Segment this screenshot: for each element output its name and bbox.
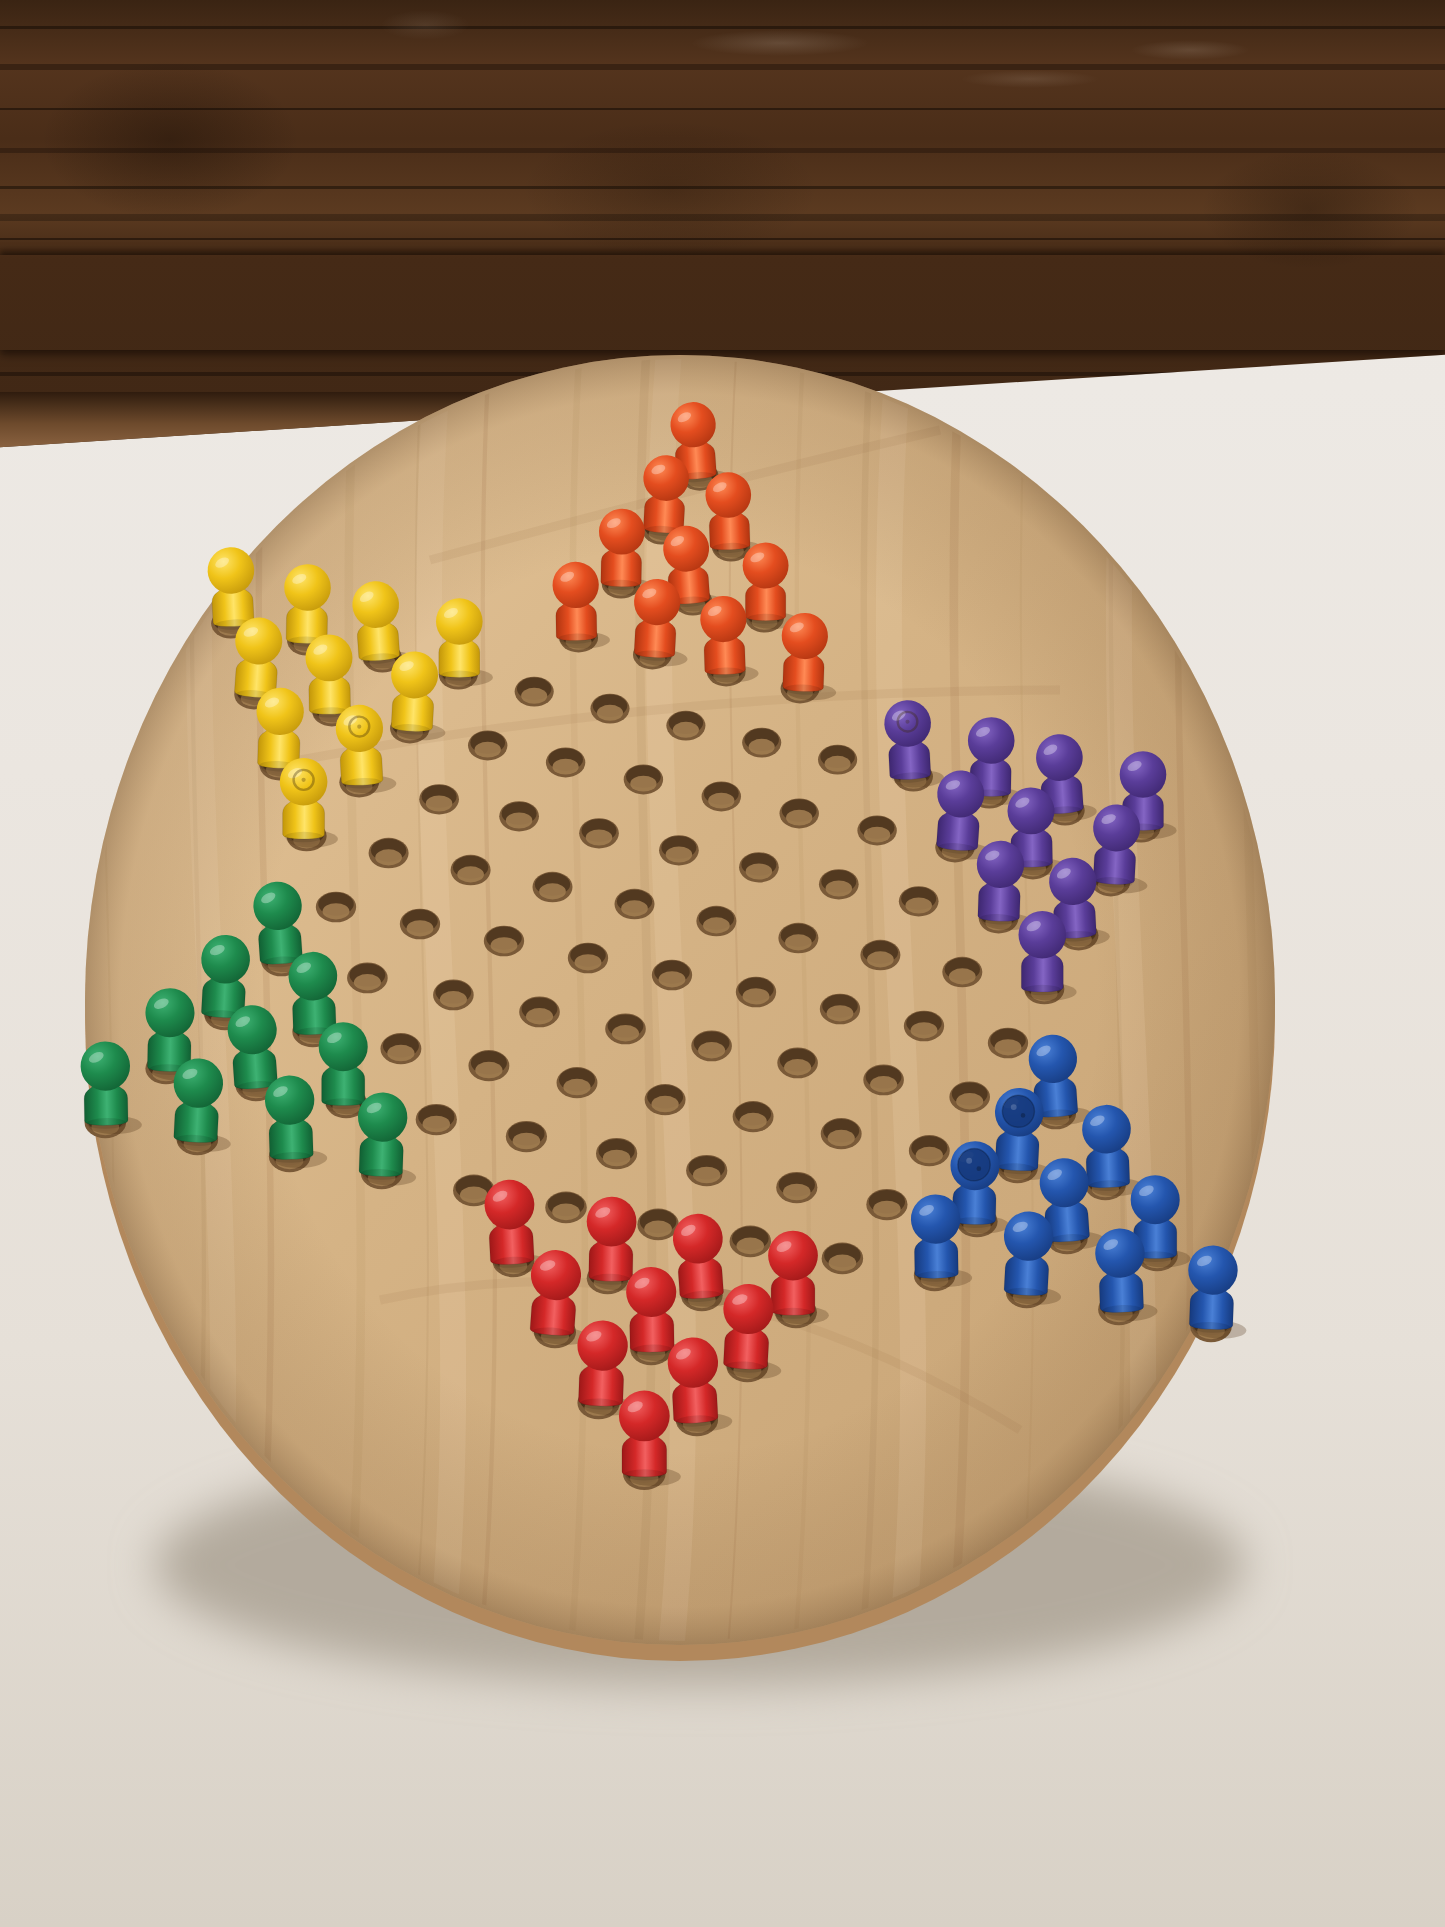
hole-empty[interactable]: [316, 892, 356, 923]
hole-empty[interactable]: [942, 957, 982, 987]
hole-empty[interactable]: [499, 801, 539, 831]
hole-empty[interactable]: [515, 677, 554, 707]
hole-empty[interactable]: [821, 1118, 862, 1149]
hole-empty[interactable]: [419, 784, 459, 814]
hole-empty[interactable]: [652, 960, 692, 991]
hole-empty[interactable]: [860, 940, 900, 970]
hole-empty[interactable]: [369, 838, 409, 868]
photo-scene: [0, 0, 1445, 1927]
hole-empty[interactable]: [702, 781, 741, 811]
hole-empty[interactable]: [590, 694, 629, 724]
hole-empty[interactable]: [451, 855, 491, 885]
peg-chipped-top: [958, 1148, 991, 1181]
hole-empty[interactable]: [696, 906, 736, 936]
hole-empty[interactable]: [433, 979, 474, 1010]
hole-empty[interactable]: [484, 926, 524, 957]
hole-empty[interactable]: [691, 1030, 732, 1061]
hole-empty[interactable]: [557, 1067, 598, 1098]
hole-empty[interactable]: [730, 1226, 771, 1258]
hole-empty[interactable]: [742, 728, 781, 758]
hole-empty[interactable]: [857, 815, 896, 845]
chinese-checkers-board: [0, 0, 1445, 1927]
hole-empty[interactable]: [949, 1081, 990, 1112]
hole-empty[interactable]: [686, 1155, 727, 1186]
hole-empty[interactable]: [637, 1209, 678, 1241]
hole-empty[interactable]: [380, 1033, 421, 1064]
hole-empty[interactable]: [739, 852, 779, 882]
hole-empty[interactable]: [909, 1135, 950, 1166]
hole-empty[interactable]: [468, 1050, 509, 1081]
hole-empty[interactable]: [519, 996, 560, 1027]
hole-empty[interactable]: [416, 1104, 457, 1135]
hole-empty[interactable]: [899, 886, 939, 916]
hole-empty[interactable]: [820, 994, 860, 1025]
hole-empty[interactable]: [659, 835, 699, 865]
hole-empty[interactable]: [866, 1189, 907, 1220]
hole-empty[interactable]: [400, 909, 440, 940]
hole-empty[interactable]: [645, 1084, 686, 1115]
hole-empty[interactable]: [666, 711, 705, 741]
hole-empty[interactable]: [988, 1028, 1028, 1059]
hole-empty[interactable]: [818, 745, 857, 775]
hole-empty[interactable]: [532, 872, 572, 902]
hole-empty[interactable]: [579, 818, 619, 848]
hole-empty[interactable]: [778, 923, 818, 953]
hole-empty[interactable]: [779, 798, 818, 828]
hole-empty[interactable]: [863, 1064, 904, 1095]
hole-empty[interactable]: [733, 1101, 774, 1132]
peg-chipped-top: [1001, 1094, 1035, 1128]
hole-empty[interactable]: [614, 889, 654, 919]
hole-empty[interactable]: [546, 747, 585, 777]
hole-empty[interactable]: [819, 869, 859, 899]
hole-empty[interactable]: [624, 764, 663, 794]
hole-empty[interactable]: [545, 1192, 586, 1224]
hole-empty[interactable]: [904, 1011, 944, 1042]
hole-empty[interactable]: [468, 730, 507, 760]
hole-empty[interactable]: [347, 962, 388, 993]
hole-empty[interactable]: [736, 977, 776, 1008]
hole-empty[interactable]: [568, 943, 608, 974]
hole-empty[interactable]: [777, 1047, 818, 1078]
hole-empty[interactable]: [822, 1243, 863, 1275]
hole-empty[interactable]: [506, 1121, 547, 1152]
hole-empty[interactable]: [596, 1138, 637, 1169]
hole-empty[interactable]: [605, 1013, 646, 1044]
hole-empty[interactable]: [776, 1172, 817, 1203]
